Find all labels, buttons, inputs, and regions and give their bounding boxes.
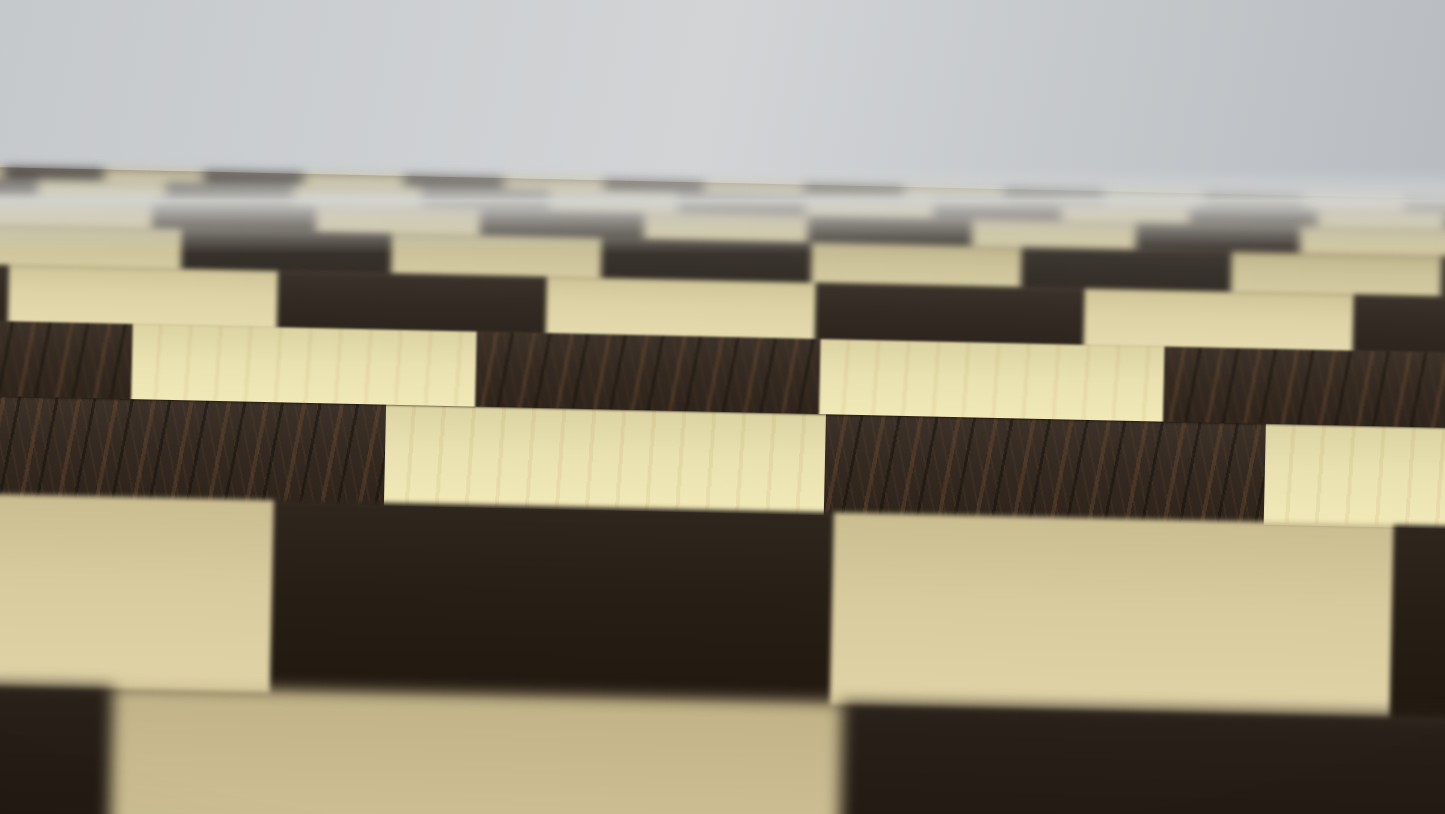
board-square-dark bbox=[1389, 525, 1445, 730]
board-square-dark bbox=[0, 671, 115, 814]
board-square-dark bbox=[0, 317, 134, 403]
board-square-light bbox=[1264, 424, 1445, 535]
board-square-light bbox=[7, 265, 279, 330]
board-square-dark bbox=[814, 283, 1086, 348]
board-square-light bbox=[384, 405, 828, 516]
board-square-dark bbox=[270, 500, 836, 705]
board-rank bbox=[0, 491, 1445, 722]
chessboard-photo-scene bbox=[0, 0, 1445, 814]
board-square-dark bbox=[836, 703, 1445, 814]
board-square-light bbox=[829, 512, 1395, 717]
board-square-dark bbox=[824, 414, 1268, 525]
board-square-light bbox=[818, 339, 1166, 425]
board-square-dark bbox=[1162, 347, 1445, 433]
chessboard bbox=[0, 0, 1445, 814]
board-square-light bbox=[1083, 289, 1355, 354]
board-square-dark bbox=[276, 271, 548, 336]
board-square-light bbox=[545, 277, 817, 342]
board-square-light bbox=[0, 488, 276, 693]
board-square-dark bbox=[475, 332, 823, 418]
board-square-light bbox=[106, 687, 845, 814]
board-square-light bbox=[131, 324, 479, 410]
board-square-dark bbox=[1352, 295, 1445, 360]
board-square-dark bbox=[0, 395, 388, 506]
